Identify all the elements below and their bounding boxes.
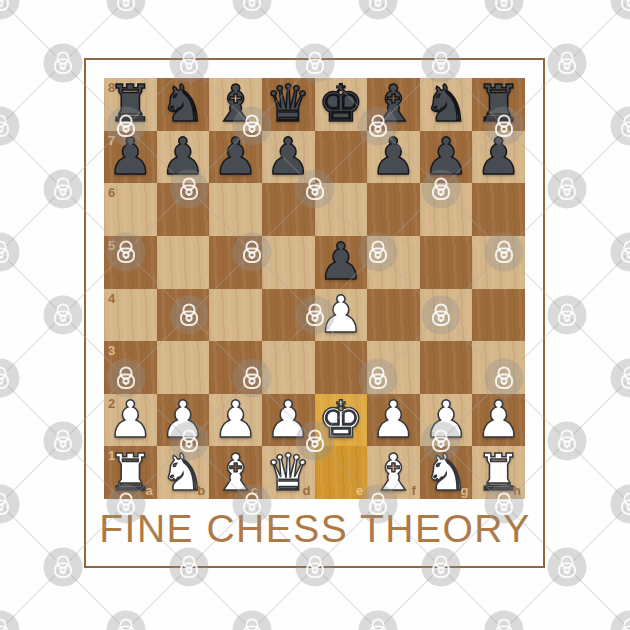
rank-label-2: 2 xyxy=(108,397,115,410)
square-e7[interactable] xyxy=(315,131,368,184)
black-knight-piece[interactable]: ♞ xyxy=(160,78,206,130)
square-e1[interactable]: e xyxy=(315,446,368,499)
watermark-padlock-icon xyxy=(107,611,146,630)
square-f2[interactable]: ♟ xyxy=(367,394,420,447)
black-queen-piece[interactable]: ♛ xyxy=(265,78,311,130)
square-h2[interactable]: ♟ xyxy=(472,394,525,447)
rank-label-5: 5 xyxy=(108,239,115,252)
poster: 8♜♞♝♛♚♝♞♜7♟♟♟♟♟♟♟65♟4♟32♟♟♟♟♚♟♟♟1a♜b♞c♝d… xyxy=(0,0,630,630)
square-a4[interactable]: 4 xyxy=(104,289,157,342)
square-h6[interactable] xyxy=(472,183,525,236)
square-d6[interactable] xyxy=(262,183,315,236)
square-b8[interactable]: ♞ xyxy=(157,78,210,131)
square-c3[interactable] xyxy=(209,341,262,394)
watermark-padlock-icon xyxy=(233,611,272,630)
square-h7[interactable]: ♟ xyxy=(472,131,525,184)
black-bishop-piece[interactable]: ♝ xyxy=(371,78,417,130)
white-pawn-piece[interactable]: ♟ xyxy=(371,394,417,446)
square-e6[interactable] xyxy=(315,183,368,236)
black-pawn-piece[interactable]: ♟ xyxy=(476,131,522,183)
white-pawn-piece[interactable]: ♟ xyxy=(423,394,469,446)
white-king-piece[interactable]: ♚ xyxy=(318,394,364,446)
rank-label-6: 6 xyxy=(108,186,115,199)
rank-label-1: 1 xyxy=(108,449,115,462)
square-e3[interactable] xyxy=(315,341,368,394)
file-label-c: c xyxy=(251,484,258,497)
square-d5[interactable] xyxy=(262,236,315,289)
square-g8[interactable]: ♞ xyxy=(420,78,473,131)
watermark-padlock-icon xyxy=(611,107,630,146)
square-c4[interactable] xyxy=(209,289,262,342)
watermark-padlock-icon xyxy=(611,611,630,630)
rank-label-3: 3 xyxy=(108,344,115,357)
square-h3[interactable] xyxy=(472,341,525,394)
file-label-e: e xyxy=(356,484,363,497)
watermark-padlock-icon xyxy=(548,548,587,587)
watermark-padlock-icon xyxy=(0,107,20,146)
square-f3[interactable] xyxy=(367,341,420,394)
watermark-padlock-icon xyxy=(44,44,83,83)
square-h8[interactable]: ♜ xyxy=(472,78,525,131)
square-d4[interactable] xyxy=(262,289,315,342)
white-pawn-piece[interactable]: ♟ xyxy=(265,394,311,446)
square-h5[interactable] xyxy=(472,236,525,289)
square-d2[interactable]: ♟ xyxy=(262,394,315,447)
square-a6[interactable]: 6 xyxy=(104,183,157,236)
square-c8[interactable]: ♝ xyxy=(209,78,262,131)
watermark-padlock-icon xyxy=(485,0,524,20)
white-bishop-piece[interactable]: ♝ xyxy=(371,447,417,499)
black-pawn-piece[interactable]: ♟ xyxy=(265,131,311,183)
watermark-padlock-icon xyxy=(611,233,630,272)
watermark-padlock-icon xyxy=(485,611,524,630)
square-c1[interactable]: c♝ xyxy=(209,446,262,499)
file-label-f: f xyxy=(411,484,415,497)
square-c7[interactable]: ♟ xyxy=(209,131,262,184)
white-pawn-piece[interactable]: ♟ xyxy=(476,394,522,446)
white-pawn-piece[interactable]: ♟ xyxy=(213,394,259,446)
chess-board: 8♜♞♝♛♚♝♞♜7♟♟♟♟♟♟♟65♟4♟32♟♟♟♟♚♟♟♟1a♜b♞c♝d… xyxy=(104,78,525,499)
square-g7[interactable]: ♟ xyxy=(420,131,473,184)
square-f7[interactable]: ♟ xyxy=(367,131,420,184)
square-b5[interactable] xyxy=(157,236,210,289)
watermark-padlock-icon xyxy=(44,548,83,587)
poster-title: FINE CHESS THEORY xyxy=(0,508,630,550)
watermark-padlock-icon xyxy=(359,0,398,20)
square-g3[interactable] xyxy=(420,341,473,394)
square-h4[interactable] xyxy=(472,289,525,342)
square-c6[interactable] xyxy=(209,183,262,236)
square-e8[interactable]: ♚ xyxy=(315,78,368,131)
square-a3[interactable]: 3 xyxy=(104,341,157,394)
watermark-padlock-icon xyxy=(0,0,20,20)
file-label-h: h xyxy=(513,484,521,497)
watermark-padlock-icon xyxy=(44,422,83,461)
square-b2[interactable]: ♟ xyxy=(157,394,210,447)
square-f4[interactable] xyxy=(367,289,420,342)
square-d1[interactable]: d♛ xyxy=(262,446,315,499)
square-f8[interactable]: ♝ xyxy=(367,78,420,131)
square-d7[interactable]: ♟ xyxy=(262,131,315,184)
rank-label-8: 8 xyxy=(108,81,115,94)
file-label-b: b xyxy=(197,484,205,497)
square-f6[interactable] xyxy=(367,183,420,236)
black-pawn-piece[interactable]: ♟ xyxy=(423,131,469,183)
square-a5[interactable]: 5 xyxy=(104,236,157,289)
white-pawn-piece[interactable]: ♟ xyxy=(318,289,364,341)
square-b1[interactable]: b♞ xyxy=(157,446,210,499)
black-pawn-piece[interactable]: ♟ xyxy=(371,131,417,183)
square-c5[interactable] xyxy=(209,236,262,289)
square-f5[interactable] xyxy=(367,236,420,289)
square-f1[interactable]: f♝ xyxy=(367,446,420,499)
black-rook-piece[interactable]: ♜ xyxy=(476,78,522,130)
file-label-g: g xyxy=(460,484,468,497)
square-e5[interactable]: ♟ xyxy=(315,236,368,289)
watermark-padlock-icon xyxy=(548,422,587,461)
square-c2[interactable]: ♟ xyxy=(209,394,262,447)
watermark-padlock-icon xyxy=(359,611,398,630)
square-b6[interactable] xyxy=(157,183,210,236)
square-h1[interactable]: h♜ xyxy=(472,446,525,499)
watermark-padlock-icon xyxy=(611,0,630,20)
square-e4[interactable]: ♟ xyxy=(315,289,368,342)
watermark-padlock-icon xyxy=(233,0,272,20)
white-pawn-piece[interactable]: ♟ xyxy=(160,394,206,446)
watermark-padlock-icon xyxy=(548,44,587,83)
file-label-a: a xyxy=(145,484,152,497)
black-king-piece[interactable]: ♚ xyxy=(318,78,364,130)
black-knight-piece[interactable]: ♞ xyxy=(423,78,469,130)
watermark-padlock-icon xyxy=(0,611,20,630)
watermark-padlock-icon xyxy=(548,170,587,209)
square-b7[interactable]: ♟ xyxy=(157,131,210,184)
square-g1[interactable]: g♞ xyxy=(420,446,473,499)
watermark-padlock-icon xyxy=(0,359,20,398)
rank-label-4: 4 xyxy=(108,292,115,305)
square-g6[interactable] xyxy=(420,183,473,236)
square-d3[interactable] xyxy=(262,341,315,394)
file-label-d: d xyxy=(303,484,311,497)
rank-label-7: 7 xyxy=(108,134,115,147)
watermark-padlock-icon xyxy=(44,296,83,335)
watermark-padlock-icon xyxy=(107,0,146,20)
watermark-padlock-icon xyxy=(0,233,20,272)
square-a2[interactable]: 2♟ xyxy=(104,394,157,447)
square-e2[interactable]: ♚ xyxy=(315,394,368,447)
black-pawn-piece[interactable]: ♟ xyxy=(160,131,206,183)
square-g5[interactable] xyxy=(420,236,473,289)
black-pawn-piece[interactable]: ♟ xyxy=(213,131,259,183)
square-g2[interactable]: ♟ xyxy=(420,394,473,447)
square-g4[interactable] xyxy=(420,289,473,342)
square-b4[interactable] xyxy=(157,289,210,342)
black-bishop-piece[interactable]: ♝ xyxy=(213,78,259,130)
square-a1[interactable]: 1a♜ xyxy=(104,446,157,499)
watermark-padlock-icon xyxy=(44,170,83,209)
square-d8[interactable]: ♛ xyxy=(262,78,315,131)
black-pawn-piece[interactable]: ♟ xyxy=(318,236,364,288)
watermark-padlock-icon xyxy=(611,359,630,398)
square-a8[interactable]: 8♜ xyxy=(104,78,157,131)
watermark-padlock-icon xyxy=(548,296,587,335)
square-b3[interactable] xyxy=(157,341,210,394)
square-a7[interactable]: 7♟ xyxy=(104,131,157,184)
